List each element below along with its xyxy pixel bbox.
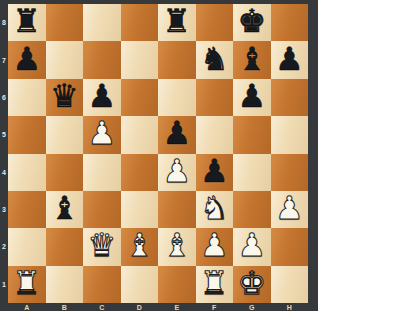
square-h6[interactable] (271, 79, 309, 116)
square-e2[interactable]: ♝ (158, 228, 196, 265)
rank-label-7: 7 (0, 41, 8, 78)
piece-black-queen[interactable]: ♛ (50, 78, 79, 115)
square-h5[interactable] (271, 116, 309, 153)
square-d3[interactable] (121, 191, 159, 228)
piece-black-pawn[interactable]: ♟ (275, 41, 304, 78)
piece-white-pawn[interactable]: ♟ (87, 115, 116, 152)
piece-white-queen[interactable]: ♛ (87, 227, 116, 264)
square-g1[interactable]: ♚ (233, 266, 271, 303)
piece-black-pawn[interactable]: ♟ (237, 78, 266, 115)
rank-labels: 87654321 (0, 4, 8, 303)
rank-label-3: 3 (0, 191, 8, 228)
rank-label-4: 4 (0, 154, 8, 191)
square-d8[interactable] (121, 4, 159, 41)
piece-black-pawn[interactable]: ♟ (12, 41, 41, 78)
square-d2[interactable]: ♝ (121, 228, 159, 265)
square-f6[interactable] (196, 79, 234, 116)
file-label-b: B (46, 303, 84, 311)
file-label-g: G (233, 303, 271, 311)
square-d6[interactable] (121, 79, 159, 116)
square-a6[interactable] (8, 79, 46, 116)
square-c1[interactable] (83, 266, 121, 303)
rank-label-1: 1 (0, 266, 8, 303)
square-c6[interactable]: ♟ (83, 79, 121, 116)
square-c8[interactable] (83, 4, 121, 41)
square-g6[interactable]: ♟ (233, 79, 271, 116)
square-f8[interactable] (196, 4, 234, 41)
square-b1[interactable] (46, 266, 84, 303)
rank-label-5: 5 (0, 116, 8, 153)
piece-white-bishop[interactable]: ♝ (125, 227, 154, 264)
square-d7[interactable] (121, 41, 159, 78)
square-h8[interactable] (271, 4, 309, 41)
square-e8[interactable]: ♜ (158, 4, 196, 41)
square-g2[interactable]: ♟ (233, 228, 271, 265)
square-h4[interactable] (271, 154, 309, 191)
chess-board[interactable]: ♜♜♚♟♞♝♟♛♟♟♟♟♟♟♝♞♟♛♝♝♟♟♜♜♚ (8, 4, 308, 303)
square-h1[interactable] (271, 266, 309, 303)
piece-white-bishop[interactable]: ♝ (162, 227, 191, 264)
file-label-f: F (196, 303, 234, 311)
square-e4[interactable]: ♟ (158, 154, 196, 191)
piece-white-pawn[interactable]: ♟ (200, 227, 229, 264)
square-e6[interactable] (158, 79, 196, 116)
square-c5[interactable]: ♟ (83, 116, 121, 153)
square-g3[interactable] (233, 191, 271, 228)
square-b6[interactable]: ♛ (46, 79, 84, 116)
square-f1[interactable]: ♜ (196, 266, 234, 303)
square-f3[interactable]: ♞ (196, 191, 234, 228)
square-a3[interactable] (8, 191, 46, 228)
square-d5[interactable] (121, 116, 159, 153)
square-f5[interactable] (196, 116, 234, 153)
piece-black-pawn[interactable]: ♟ (87, 78, 116, 115)
square-h2[interactable] (271, 228, 309, 265)
square-e7[interactable] (158, 41, 196, 78)
square-e3[interactable] (158, 191, 196, 228)
square-c3[interactable] (83, 191, 121, 228)
piece-white-knight[interactable]: ♞ (200, 190, 229, 227)
square-a4[interactable] (8, 154, 46, 191)
square-g4[interactable] (233, 154, 271, 191)
piece-white-pawn[interactable]: ♟ (237, 227, 266, 264)
piece-black-rook[interactable]: ♜ (12, 3, 41, 40)
square-a5[interactable] (8, 116, 46, 153)
square-b3[interactable]: ♝ (46, 191, 84, 228)
piece-black-bishop[interactable]: ♝ (50, 190, 79, 227)
file-label-d: D (121, 303, 159, 311)
piece-black-king[interactable]: ♚ (237, 3, 266, 40)
square-b8[interactable] (46, 4, 84, 41)
square-e1[interactable] (158, 266, 196, 303)
square-e5[interactable]: ♟ (158, 116, 196, 153)
square-c4[interactable] (83, 154, 121, 191)
square-g7[interactable]: ♝ (233, 41, 271, 78)
rank-label-2: 2 (0, 228, 8, 265)
square-a7[interactable]: ♟ (8, 41, 46, 78)
square-f4[interactable]: ♟ (196, 154, 234, 191)
piece-black-pawn[interactable]: ♟ (200, 153, 229, 190)
piece-white-rook[interactable]: ♜ (200, 265, 229, 302)
rank-label-8: 8 (0, 4, 8, 41)
square-f2[interactable]: ♟ (196, 228, 234, 265)
square-h3[interactable]: ♟ (271, 191, 309, 228)
square-d1[interactable] (121, 266, 159, 303)
square-g5[interactable] (233, 116, 271, 153)
piece-black-knight[interactable]: ♞ (200, 41, 229, 78)
piece-black-rook[interactable]: ♜ (162, 3, 191, 40)
file-labels: ABCDEFGH (8, 303, 308, 311)
square-f7[interactable]: ♞ (196, 41, 234, 78)
file-label-e: E (158, 303, 196, 311)
square-b2[interactable] (46, 228, 84, 265)
file-label-h: H (271, 303, 309, 311)
square-g8[interactable]: ♚ (233, 4, 271, 41)
square-c2[interactable]: ♛ (83, 228, 121, 265)
chess-board-frame: 87654321 ♜♜♚♟♞♝♟♛♟♟♟♟♟♟♝♞♟♛♝♝♟♟♜♜♚ ABCDE… (0, 0, 318, 311)
piece-white-rook[interactable]: ♜ (12, 265, 41, 302)
file-label-a: A (8, 303, 46, 311)
piece-white-pawn[interactable]: ♟ (162, 153, 191, 190)
square-h7[interactable]: ♟ (271, 41, 309, 78)
piece-white-king[interactable]: ♚ (237, 265, 266, 302)
square-b4[interactable] (46, 154, 84, 191)
square-c7[interactable] (83, 41, 121, 78)
file-label-c: C (83, 303, 121, 311)
rank-label-6: 6 (0, 79, 8, 116)
square-b7[interactable] (46, 41, 84, 78)
square-d4[interactable] (121, 154, 159, 191)
square-a2[interactable] (8, 228, 46, 265)
square-a1[interactable]: ♜ (8, 266, 46, 303)
piece-white-pawn[interactable]: ♟ (275, 190, 304, 227)
square-a8[interactable]: ♜ (8, 4, 46, 41)
piece-black-pawn[interactable]: ♟ (162, 115, 191, 152)
piece-black-bishop[interactable]: ♝ (237, 41, 266, 78)
square-b5[interactable] (46, 116, 84, 153)
